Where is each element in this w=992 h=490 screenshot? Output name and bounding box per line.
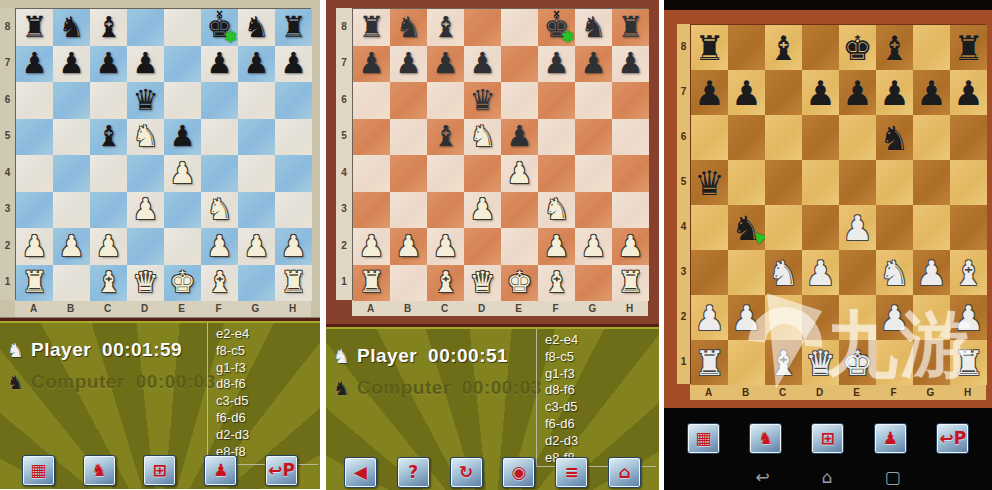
square-e2[interactable] [839, 295, 876, 340]
square-c3[interactable] [427, 192, 464, 229]
screenshot-strip: 87654321 ♜♞♝♚✱×♞♜♟♟♟♟♟♟♟♛♝♞♟♟♟♞♟♟♟♟♟♟♜♝♛… [0, 0, 992, 490]
square-e2[interactable] [164, 228, 201, 265]
square-f7[interactable]: ♟ [201, 46, 238, 83]
square-a8[interactable]: ♜ [16, 9, 53, 46]
captured-pieces-button[interactable]: ♟ [874, 423, 907, 454]
white-pawn: ♟ [433, 232, 459, 261]
white-pawn: ♟ [916, 256, 946, 290]
black-pawn: ♟ [581, 49, 607, 78]
computer-time: 00:00:03 [136, 371, 216, 393]
rank-label-1: 1 [336, 264, 352, 301]
square-g6[interactable] [575, 82, 612, 119]
square-b2[interactable]: ♟ [728, 295, 765, 340]
square-c7[interactable]: ♟ [90, 46, 127, 83]
square-g2[interactable] [913, 295, 950, 340]
square-e2[interactable] [501, 228, 538, 265]
eye-view-button[interactable]: ◉ [502, 457, 535, 488]
split-board-icon: ⊞ [153, 462, 167, 479]
square-b6[interactable] [390, 82, 427, 119]
square-b7[interactable]: ♟ [390, 46, 427, 83]
eye-view-icon: ◉ [511, 464, 526, 481]
black-knight: ♞ [581, 13, 607, 42]
square-g7[interactable]: ♟ [913, 70, 950, 115]
computer-label: Computer [31, 371, 125, 393]
square-c1[interactable]: ♝ [90, 265, 127, 302]
square-d5[interactable] [802, 160, 839, 205]
square-d1[interactable]: ♛ [464, 265, 501, 302]
square-e3[interactable] [839, 250, 876, 295]
take-back-button[interactable]: ↩P [936, 423, 969, 454]
black-king: ♚ [842, 31, 872, 65]
white-pawn: ♟ [96, 232, 122, 261]
square-c5[interactable] [765, 160, 802, 205]
white-king: ♚ [170, 268, 196, 297]
captured-pieces-icon: ♟ [213, 462, 228, 479]
square-e7[interactable] [164, 46, 201, 83]
square-g6[interactable] [238, 82, 275, 119]
home-exit-icon: ⌂ [618, 464, 630, 481]
square-e1[interactable]: ♚ [839, 340, 876, 385]
chess-board[interactable]: ♜♝♚♝♜♟♟♟♟♟♟♟♞♛♞▶♟♞♟♞♟♝♟♟♟♟♜♝♛♚♜ [690, 24, 986, 384]
square-b3[interactable] [390, 192, 427, 229]
captured-pieces-button[interactable]: ♟ [204, 455, 237, 486]
knight-piece-icon: ♞ [758, 430, 773, 447]
square-g3[interactable] [238, 192, 275, 229]
square-c2[interactable] [765, 295, 802, 340]
square-c6[interactable] [90, 82, 127, 119]
square-a6[interactable] [691, 115, 728, 160]
square-g6[interactable] [913, 115, 950, 160]
square-d5[interactable]: ♞ [464, 119, 501, 156]
rank-label-6: 6 [0, 81, 15, 118]
refresh-button[interactable]: ↻ [450, 457, 483, 488]
white-pawn: ♟ [618, 232, 644, 261]
square-c1[interactable]: ♝ [427, 265, 464, 302]
square-c2[interactable]: ♟ [427, 228, 464, 265]
white-bishop: ♝ [768, 346, 798, 380]
move-list[interactable]: e2-e4f8-c5g1-f3d8-f6c3-d5f6-d6d2-d3e8-f8 [536, 329, 656, 467]
square-a7[interactable]: ♟ [16, 46, 53, 83]
square-h5[interactable] [950, 160, 987, 205]
player-label: Player [357, 345, 417, 367]
rank-label-7: 7 [336, 45, 352, 82]
file-label-f: F [537, 300, 574, 316]
square-a3[interactable] [691, 250, 728, 295]
board-grid-icon: ▦ [30, 462, 46, 479]
white-pawn: ♟ [207, 232, 233, 261]
square-g2[interactable]: ♟ [238, 228, 275, 265]
square-f1[interactable] [876, 340, 913, 385]
square-h8[interactable]: ♜ [612, 9, 649, 46]
board-frame: 87654321 ♜♞♝♚✱×♞♜♟♟♟♟♟♟♟♛♝♞♟♟♟♞♟♟♟♟♟♟♜♝♛… [0, 0, 320, 318]
square-b5[interactable] [728, 160, 765, 205]
square-b7[interactable]: ♟ [728, 70, 765, 115]
rank-label-2: 2 [0, 227, 15, 264]
square-d8[interactable] [464, 9, 501, 46]
square-g3[interactable]: ♟ [913, 250, 950, 295]
toolbar: ▦♞⊞♟↩P [664, 423, 992, 454]
white-rook: ♜ [953, 346, 983, 380]
square-e7[interactable] [501, 46, 538, 83]
square-g2[interactable]: ♟ [575, 228, 612, 265]
square-c4[interactable] [427, 155, 464, 192]
square-c4[interactable] [90, 155, 127, 192]
check-x-marker: × [216, 8, 223, 20]
square-a8[interactable]: ♜ [353, 9, 390, 46]
square-h1[interactable]: ♜ [612, 265, 649, 302]
square-a6[interactable] [16, 82, 53, 119]
square-h7[interactable]: ♟ [612, 46, 649, 83]
square-f1[interactable]: ♝ [201, 265, 238, 302]
square-e4[interactable]: ♟ [839, 205, 876, 250]
square-h6[interactable] [275, 82, 312, 119]
square-c6[interactable] [765, 115, 802, 160]
square-e8[interactable]: ♚ [839, 25, 876, 70]
square-g7[interactable]: ♟ [238, 46, 275, 83]
square-f3[interactable]: ♞ [538, 192, 575, 229]
white-rook: ♜ [618, 268, 644, 297]
black-rook: ♜ [281, 13, 307, 42]
move-item: d2-d3 [216, 427, 318, 444]
chess-board[interactable]: ♜♞♝♚✱×♞♜♟♟♟♟♟♟♟♛♝♞♟♟♟♞♟♟♟♟♟♟♜♝♛♚♝♜ [15, 8, 311, 300]
square-h4[interactable] [612, 155, 649, 192]
square-e4[interactable]: ♟ [501, 155, 538, 192]
white-knight: ♞ [544, 195, 570, 224]
android-home-icon[interactable]: ⌂ [822, 469, 833, 486]
white-knight: ♞ [133, 122, 159, 151]
square-a2[interactable]: ♟ [353, 228, 390, 265]
square-e3[interactable] [501, 192, 538, 229]
square-g7[interactable]: ♟ [575, 46, 612, 83]
square-a2[interactable]: ♟ [691, 295, 728, 340]
square-e7[interactable]: ♟ [839, 70, 876, 115]
square-h2[interactable]: ♟ [612, 228, 649, 265]
square-d1[interactable]: ♛ [802, 340, 839, 385]
square-a4[interactable] [353, 155, 390, 192]
square-d7[interactable]: ♟ [464, 46, 501, 83]
rank-label-4: 4 [0, 154, 15, 191]
square-b3[interactable] [53, 192, 90, 229]
square-b2[interactable]: ♟ [390, 228, 427, 265]
square-d7[interactable]: ♟ [802, 70, 839, 115]
square-a7[interactable]: ♟ [353, 46, 390, 83]
knight-piece-button[interactable]: ♞ [749, 423, 782, 454]
square-h4[interactable] [275, 155, 312, 192]
file-label-a: A [15, 300, 52, 317]
square-a6[interactable] [353, 82, 390, 119]
square-c1[interactable]: ♝ [765, 340, 802, 385]
white-knight: ♞ [879, 256, 909, 290]
hint-button[interactable]: ? [397, 457, 430, 488]
square-g5[interactable] [238, 119, 275, 156]
white-knight: ♞ [470, 122, 496, 151]
square-h2[interactable]: ♟ [950, 295, 987, 340]
square-e1[interactable]: ♚ [164, 265, 201, 302]
white-king: ♚ [842, 346, 872, 380]
square-d6[interactable] [802, 115, 839, 160]
square-d2[interactable] [464, 228, 501, 265]
move-list-icon: ≡ [565, 464, 579, 481]
square-b5[interactable] [53, 119, 90, 156]
square-f6[interactable]: ♞ [876, 115, 913, 160]
square-g8[interactable]: ♞ [575, 9, 612, 46]
square-f8[interactable]: ♝ [876, 25, 913, 70]
square-e5[interactable] [839, 160, 876, 205]
square-c8[interactable]: ♝ [765, 25, 802, 70]
file-labels: ABCDEFGH [15, 300, 311, 317]
square-f2[interactable]: ♟ [538, 228, 575, 265]
android-back-icon[interactable]: ↩ [755, 469, 769, 486]
square-a4[interactable] [691, 205, 728, 250]
back-button[interactable]: ◀ [344, 457, 377, 488]
square-f8[interactable]: ♚✱× [201, 9, 238, 46]
square-h2[interactable]: ♟ [275, 228, 312, 265]
square-d7[interactable]: ♟ [127, 46, 164, 83]
square-h6[interactable] [950, 115, 987, 160]
square-c7[interactable]: ♟ [427, 46, 464, 83]
black-pawn: ♟ [953, 76, 983, 110]
square-h3[interactable] [275, 192, 312, 229]
white-pawn: ♟ [244, 232, 270, 261]
square-e3[interactable] [164, 192, 201, 229]
rank-label-4: 4 [336, 154, 352, 191]
square-a5[interactable] [16, 119, 53, 156]
square-c7[interactable] [765, 70, 802, 115]
square-g1[interactable] [913, 340, 950, 385]
square-b6[interactable] [53, 82, 90, 119]
black-rook: ♜ [22, 13, 48, 42]
square-c3[interactable]: ♞ [765, 250, 802, 295]
white-pawn: ♟ [581, 232, 607, 261]
rank-label-5: 5 [336, 118, 352, 155]
square-h1[interactable]: ♜ [275, 265, 312, 302]
file-label-e: E [500, 300, 537, 316]
player-time: 00:01:59 [102, 339, 182, 361]
square-f4[interactable] [876, 205, 913, 250]
square-a3[interactable] [16, 192, 53, 229]
black-pawn: ♟ [544, 49, 570, 78]
square-d1[interactable]: ♛ [127, 265, 164, 302]
square-g5[interactable] [575, 119, 612, 156]
square-h1[interactable]: ♜ [950, 340, 987, 385]
square-b1[interactable] [53, 265, 90, 302]
black-pawn: ♟ [59, 49, 85, 78]
square-f3[interactable]: ♞ [201, 192, 238, 229]
square-b8[interactable] [728, 25, 765, 70]
board-grid-button[interactable]: ▦ [22, 455, 55, 486]
square-h4[interactable] [950, 205, 987, 250]
black-queen: ♛ [694, 166, 724, 200]
toolbar: ▦♞⊞♟↩P [0, 455, 320, 486]
square-a1[interactable]: ♜ [691, 340, 728, 385]
square-e8[interactable] [501, 9, 538, 46]
square-d4[interactable] [802, 205, 839, 250]
square-c6[interactable] [427, 82, 464, 119]
square-g4[interactable] [238, 155, 275, 192]
split-board-button[interactable]: ⊞ [811, 423, 844, 454]
square-e5[interactable]: ♟ [164, 119, 201, 156]
file-label-d: D [126, 300, 163, 317]
file-label-f: F [875, 384, 912, 400]
board-grid-button[interactable]: ▦ [687, 423, 720, 454]
square-e6[interactable] [164, 82, 201, 119]
square-d2[interactable] [802, 295, 839, 340]
move-list[interactable]: e2-e4f8-c5g1-f3d8-f6c3-d5f6-d6d2-d3e8-f8 [207, 323, 318, 465]
knight-piece-icon: ♞ [92, 462, 107, 479]
chess-board[interactable]: ♜♞♝♚✱×♞♜♟♟♟♟♟♟♟♛♝♞♟♟♟♞♟♟♟♟♟♟♜♝♛♚♝♜ [352, 8, 648, 300]
square-b8[interactable]: ♞ [53, 9, 90, 46]
square-e4[interactable]: ♟ [164, 155, 201, 192]
file-label-b: B [389, 300, 426, 316]
square-b2[interactable]: ♟ [53, 228, 90, 265]
square-a8[interactable]: ♜ [691, 25, 728, 70]
square-f5[interactable] [201, 119, 238, 156]
square-c8[interactable]: ♝ [427, 9, 464, 46]
square-d3[interactable]: ♟ [464, 192, 501, 229]
square-b4[interactable] [390, 155, 427, 192]
black-pawn: ♟ [396, 49, 422, 78]
white-bishop: ♝ [953, 256, 983, 290]
square-f1[interactable]: ♝ [538, 265, 575, 302]
split-board-button[interactable]: ⊞ [143, 455, 176, 486]
square-g5[interactable] [913, 160, 950, 205]
square-c5[interactable]: ♝ [90, 119, 127, 156]
rank-label-3: 3 [677, 249, 690, 294]
check-x-marker: × [553, 8, 560, 20]
square-f7[interactable]: ♟ [876, 70, 913, 115]
square-f4[interactable] [201, 155, 238, 192]
square-h3[interactable]: ♝ [950, 250, 987, 295]
home-exit-button[interactable]: ⌂ [608, 457, 641, 488]
square-h8[interactable]: ♜ [950, 25, 987, 70]
square-b3[interactable] [728, 250, 765, 295]
square-g3[interactable] [575, 192, 612, 229]
square-f2[interactable]: ♟ [201, 228, 238, 265]
square-d4[interactable] [127, 155, 164, 192]
square-c8[interactable]: ♝ [90, 9, 127, 46]
square-d3[interactable]: ♟ [802, 250, 839, 295]
square-g4[interactable] [913, 205, 950, 250]
black-knight: ♞ [244, 13, 270, 42]
square-f4[interactable] [538, 155, 575, 192]
black-pawn: ♟ [507, 122, 533, 151]
square-g4[interactable] [575, 155, 612, 192]
android-recents-icon[interactable]: ▢ [884, 469, 900, 486]
square-f5[interactable] [538, 119, 575, 156]
white-pawn: ♟ [22, 232, 48, 261]
board-grid-icon: ▦ [695, 430, 711, 447]
square-e5[interactable]: ♟ [501, 119, 538, 156]
square-d5[interactable]: ♞ [127, 119, 164, 156]
move-list-button[interactable]: ≡ [555, 457, 588, 488]
square-f3[interactable]: ♞ [876, 250, 913, 295]
rank-label-8: 8 [677, 24, 690, 69]
square-f2[interactable]: ♟ [876, 295, 913, 340]
move-item: d8-f6 [545, 382, 656, 399]
square-h6[interactable] [612, 82, 649, 119]
square-b1[interactable] [728, 340, 765, 385]
rank-label-7: 7 [677, 69, 690, 114]
square-e6[interactable] [839, 115, 876, 160]
square-h7[interactable]: ♟ [275, 46, 312, 83]
chess-app-panel-wood: 87654321 ♜♝♚♝♜♟♟♟♟♟♟♟♞♛♞▶♟♞♟♞♟♝♟♟♟♟♜♝♛♚♜… [664, 0, 992, 490]
square-b4[interactable] [53, 155, 90, 192]
square-b6[interactable] [728, 115, 765, 160]
black-pawn: ♟ [618, 49, 644, 78]
take-back-button[interactable]: ↩P [265, 455, 298, 486]
square-a5[interactable]: ♛ [691, 160, 728, 205]
square-a2[interactable]: ♟ [16, 228, 53, 265]
square-c3[interactable] [90, 192, 127, 229]
square-f8[interactable]: ♚✱× [538, 9, 575, 46]
square-d4[interactable] [464, 155, 501, 192]
square-f7[interactable]: ♟ [538, 46, 575, 83]
square-d6[interactable]: ♛ [127, 82, 164, 119]
computer-time: 00:00:03 [462, 377, 542, 399]
square-a1[interactable]: ♜ [16, 265, 53, 302]
square-g1[interactable] [238, 265, 275, 302]
square-h7[interactable]: ♟ [950, 70, 987, 115]
rank-labels: 87654321 [677, 24, 690, 384]
black-pawn: ♟ [694, 76, 724, 110]
square-a3[interactable] [353, 192, 390, 229]
square-d6[interactable]: ♛ [464, 82, 501, 119]
knight-piece-button[interactable]: ♞ [83, 455, 116, 486]
square-d2[interactable] [127, 228, 164, 265]
square-g1[interactable] [575, 265, 612, 302]
square-h5[interactable] [612, 119, 649, 156]
square-h8[interactable]: ♜ [275, 9, 312, 46]
square-e1[interactable]: ♚ [501, 265, 538, 302]
white-queen: ♛ [805, 346, 835, 380]
square-b8[interactable]: ♞ [390, 9, 427, 46]
square-b5[interactable] [390, 119, 427, 156]
square-f6[interactable] [201, 82, 238, 119]
white-rook: ♜ [22, 268, 48, 297]
square-a5[interactable] [353, 119, 390, 156]
square-g8[interactable]: ♞ [238, 9, 275, 46]
square-d8[interactable] [802, 25, 839, 70]
square-f6[interactable] [538, 82, 575, 119]
square-f5[interactable] [876, 160, 913, 205]
square-b4[interactable]: ♞▶ [728, 205, 765, 250]
rank-label-5: 5 [0, 118, 15, 155]
square-c2[interactable]: ♟ [90, 228, 127, 265]
square-d3[interactable]: ♟ [127, 192, 164, 229]
square-c5[interactable]: ♝ [427, 119, 464, 156]
square-h5[interactable] [275, 119, 312, 156]
move-item: g1-f3 [216, 360, 318, 377]
square-e8[interactable] [164, 9, 201, 46]
square-h3[interactable] [612, 192, 649, 229]
square-d8[interactable] [127, 9, 164, 46]
square-g8[interactable] [913, 25, 950, 70]
square-e6[interactable] [501, 82, 538, 119]
player-label: Player [31, 339, 91, 361]
square-a1[interactable]: ♜ [353, 265, 390, 302]
check-marker: ✱ [561, 29, 574, 44]
black-bishop: ♝ [96, 13, 122, 42]
file-label-b: B [52, 300, 89, 317]
square-b7[interactable]: ♟ [53, 46, 90, 83]
move-item: f8-c5 [545, 349, 656, 366]
square-c4[interactable] [765, 205, 802, 250]
square-a4[interactable] [16, 155, 53, 192]
square-a7[interactable]: ♟ [691, 70, 728, 115]
white-pawn: ♟ [133, 195, 159, 224]
square-b1[interactable] [390, 265, 427, 302]
black-pawn: ♟ [133, 49, 159, 78]
